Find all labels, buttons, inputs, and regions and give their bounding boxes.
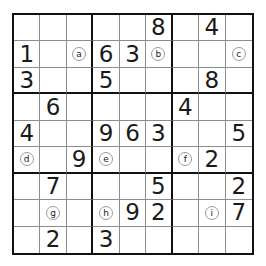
cell-r7c7[interactable] — [173, 174, 199, 200]
cell-r5c9[interactable]: 5 — [226, 121, 252, 147]
cell-r6c6[interactable] — [146, 147, 172, 173]
cell-r7c3[interactable] — [67, 174, 93, 200]
circled-letter-c: c — [232, 47, 246, 61]
cell-r2c7[interactable] — [173, 41, 199, 67]
cell-r9c2[interactable]: 2 — [40, 227, 66, 253]
cell-r4c5[interactable] — [120, 94, 146, 120]
cell-r4c6[interactable] — [146, 94, 172, 120]
cell-r4c9[interactable] — [226, 94, 252, 120]
cell-r7c4[interactable] — [93, 174, 119, 200]
cell-r2c2[interactable] — [40, 41, 66, 67]
circled-letter-i: i — [205, 206, 219, 220]
circled-letter-b: b — [151, 47, 165, 61]
cell-r6c2[interactable] — [40, 147, 66, 173]
cell-r3c8[interactable]: 8 — [199, 68, 225, 94]
cell-r1c3[interactable] — [67, 15, 93, 41]
cell-r1c5[interactable] — [120, 15, 146, 41]
circled-letter-d: d — [20, 152, 34, 166]
cell-r9c3[interactable] — [67, 227, 93, 253]
cell-r6c1[interactable]: d — [14, 147, 40, 173]
circled-letter-h: h — [99, 206, 113, 220]
cell-r1c7[interactable] — [173, 15, 199, 41]
cell-r8c5[interactable]: 9 — [120, 200, 146, 226]
cell-r7c2[interactable]: 7 — [40, 174, 66, 200]
cell-r5c5[interactable]: 6 — [120, 121, 146, 147]
cell-r7c5[interactable] — [120, 174, 146, 200]
cell-r4c1[interactable] — [14, 94, 40, 120]
cell-r5c2[interactable] — [40, 121, 66, 147]
cell-r4c8[interactable] — [199, 94, 225, 120]
cell-r6c3[interactable]: 9 — [67, 147, 93, 173]
circled-letter-e: e — [99, 152, 113, 166]
cell-r5c8[interactable] — [199, 121, 225, 147]
cell-r8c1[interactable] — [14, 200, 40, 226]
cell-r8c8[interactable]: i — [199, 200, 225, 226]
cell-r2c3[interactable]: a — [67, 41, 93, 67]
cell-r7c1[interactable] — [14, 174, 40, 200]
cell-r8c6[interactable]: 2 — [146, 200, 172, 226]
cell-r4c2[interactable]: 6 — [40, 94, 66, 120]
cell-r3c9[interactable] — [226, 68, 252, 94]
cell-r1c4[interactable] — [93, 15, 119, 41]
cell-r2c1[interactable]: 1 — [14, 41, 40, 67]
circled-letter-a: a — [72, 47, 86, 61]
cell-r5c1[interactable]: 4 — [14, 121, 40, 147]
cell-r1c1[interactable] — [14, 15, 40, 41]
cell-r9c1[interactable] — [14, 227, 40, 253]
cell-r8c3[interactable] — [67, 200, 93, 226]
cell-r5c4[interactable]: 9 — [93, 121, 119, 147]
cell-r1c6[interactable]: 8 — [146, 15, 172, 41]
sudoku-board: 841a63bc3586449635d9ef2752gh92i723 — [12, 13, 254, 255]
cell-r5c3[interactable] — [67, 121, 93, 147]
cell-r2c6[interactable]: b — [146, 41, 172, 67]
cell-r3c6[interactable] — [146, 68, 172, 94]
cell-r6c8[interactable]: 2 — [199, 147, 225, 173]
cell-r3c2[interactable] — [40, 68, 66, 94]
cell-r2c8[interactable] — [199, 41, 225, 67]
cell-r7c9[interactable]: 2 — [226, 174, 252, 200]
cell-r1c8[interactable]: 4 — [199, 15, 225, 41]
circled-letter-g: g — [46, 206, 60, 220]
cell-r6c5[interactable] — [120, 147, 146, 173]
cell-r2c4[interactable]: 6 — [93, 41, 119, 67]
cell-r6c4[interactable]: e — [93, 147, 119, 173]
cell-r3c4[interactable]: 5 — [93, 68, 119, 94]
cell-r9c4[interactable]: 3 — [93, 227, 119, 253]
cell-r9c9[interactable] — [226, 227, 252, 253]
cell-r7c8[interactable] — [199, 174, 225, 200]
cell-r8c9[interactable]: 7 — [226, 200, 252, 226]
cell-r9c8[interactable] — [199, 227, 225, 253]
cell-r9c7[interactable] — [173, 227, 199, 253]
cell-r8c4[interactable]: h — [93, 200, 119, 226]
cell-r5c6[interactable]: 3 — [146, 121, 172, 147]
cell-r4c4[interactable] — [93, 94, 119, 120]
cell-r3c7[interactable] — [173, 68, 199, 94]
cell-r5c7[interactable] — [173, 121, 199, 147]
cell-r6c7[interactable]: f — [173, 147, 199, 173]
cell-r4c3[interactable] — [67, 94, 93, 120]
cell-r9c5[interactable] — [120, 227, 146, 253]
cell-r1c9[interactable] — [226, 15, 252, 41]
cell-r4c7[interactable]: 4 — [173, 94, 199, 120]
cell-r9c6[interactable] — [146, 227, 172, 253]
cell-r6c9[interactable] — [226, 147, 252, 173]
cell-r1c2[interactable] — [40, 15, 66, 41]
cell-r3c5[interactable] — [120, 68, 146, 94]
cell-r3c1[interactable]: 3 — [14, 68, 40, 94]
cell-r2c5[interactable]: 3 — [120, 41, 146, 67]
circled-letter-f: f — [178, 152, 192, 166]
cell-r8c7[interactable] — [173, 200, 199, 226]
cell-r7c6[interactable]: 5 — [146, 174, 172, 200]
cell-r2c9[interactable]: c — [226, 41, 252, 67]
cell-r8c2[interactable]: g — [40, 200, 66, 226]
cell-r3c3[interactable] — [67, 68, 93, 94]
